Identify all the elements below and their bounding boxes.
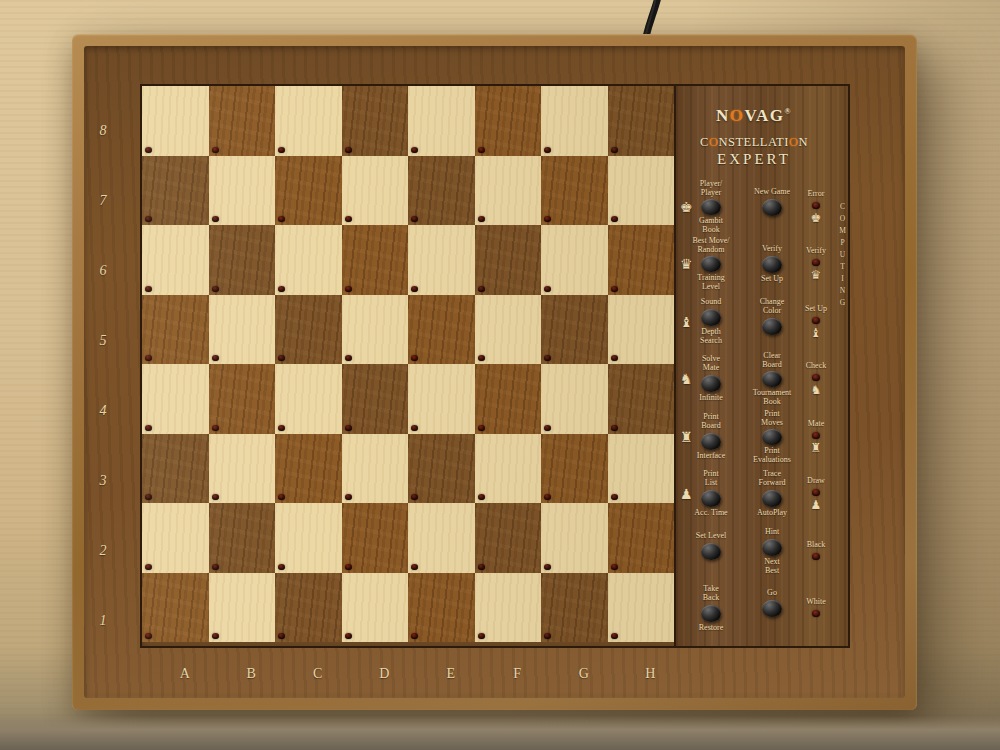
square-led bbox=[478, 286, 485, 292]
square-led bbox=[145, 286, 152, 292]
square-f4[interactable] bbox=[475, 364, 542, 434]
panel-row: ♞Solve MateInfiniteClear BoardTournament… bbox=[678, 352, 844, 406]
square-led bbox=[478, 633, 485, 639]
square-e3[interactable] bbox=[408, 434, 475, 504]
button-label: Change Color bbox=[760, 298, 784, 316]
led-black bbox=[812, 553, 820, 560]
square-led bbox=[611, 425, 618, 431]
file-label-d: D bbox=[352, 662, 419, 686]
square-led bbox=[145, 355, 152, 361]
square-led bbox=[278, 425, 285, 431]
square-c5[interactable] bbox=[275, 295, 342, 365]
square-b8[interactable] bbox=[209, 86, 276, 156]
square-led bbox=[544, 286, 551, 292]
square-led bbox=[278, 355, 285, 361]
panel-cell-left: ♚Player/ PlayerGambit Book bbox=[678, 180, 744, 234]
square-e4[interactable] bbox=[408, 364, 475, 434]
button-label: Acc. Time bbox=[694, 509, 727, 518]
logo-text: NSTELLATI bbox=[718, 135, 788, 149]
square-f3[interactable] bbox=[475, 434, 542, 504]
square-led bbox=[212, 286, 219, 292]
rank-label-4: 4 bbox=[84, 376, 122, 446]
button-set-level[interactable] bbox=[701, 543, 721, 560]
panel-controls: ♚Player/ PlayerGambit BookNew GameError♚… bbox=[678, 180, 844, 636]
rook-icon: ♜ bbox=[680, 429, 693, 445]
button-label: New Game bbox=[754, 188, 790, 197]
panel-row: Set LevelHintNext BestBlack bbox=[678, 525, 844, 579]
panel-cell-left: ♞Solve MateInfinite bbox=[678, 352, 744, 406]
button-label: Print Moves bbox=[761, 410, 783, 427]
square-led bbox=[212, 216, 219, 222]
square-led bbox=[611, 286, 618, 292]
button-label: Training Level bbox=[697, 274, 724, 291]
button-go[interactable] bbox=[762, 600, 782, 617]
rank-label-5: 5 bbox=[84, 306, 122, 376]
panel-cell-mid: Trace ForwardAutoPlay bbox=[744, 467, 800, 521]
button-label: Interface bbox=[697, 452, 725, 461]
panel-cell-left: ♛Best Move/ RandomTraining Level bbox=[678, 237, 744, 291]
square-led bbox=[345, 216, 352, 222]
square-led bbox=[212, 147, 219, 153]
logo-text: N bbox=[716, 106, 730, 125]
file-label-e: E bbox=[418, 662, 485, 686]
square-g4[interactable] bbox=[541, 364, 608, 434]
square-d5[interactable] bbox=[342, 295, 409, 365]
square-led bbox=[145, 564, 152, 570]
file-label-b: B bbox=[219, 662, 286, 686]
square-a8[interactable] bbox=[142, 86, 209, 156]
panel-cell-status: Mate♜ bbox=[800, 410, 844, 464]
button-player-player[interactable] bbox=[701, 199, 721, 215]
panel-cell-mid: Clear BoardTournament Book bbox=[744, 352, 800, 406]
square-led bbox=[278, 564, 285, 570]
square-led bbox=[212, 633, 219, 639]
square-led bbox=[212, 355, 219, 361]
square-led bbox=[411, 633, 418, 639]
file-label-a: A bbox=[152, 662, 219, 686]
button-hint[interactable] bbox=[762, 539, 782, 556]
queen-icon: ♛ bbox=[811, 269, 822, 281]
square-led bbox=[611, 355, 618, 361]
brand-logo: NOVAG® bbox=[676, 106, 832, 126]
rank-label-8: 8 bbox=[84, 96, 122, 166]
table-edge bbox=[0, 716, 1000, 750]
square-led bbox=[411, 564, 418, 570]
logo-text: VAG bbox=[744, 106, 784, 125]
square-d7[interactable] bbox=[342, 156, 409, 226]
button-label: Verify bbox=[762, 245, 782, 254]
square-a3[interactable] bbox=[142, 434, 209, 504]
square-e2[interactable] bbox=[408, 503, 475, 573]
square-b7[interactable] bbox=[209, 156, 276, 226]
button-label: Trace Forward bbox=[758, 470, 785, 488]
square-e5[interactable] bbox=[408, 295, 475, 365]
square-led bbox=[544, 216, 551, 222]
square-led bbox=[611, 564, 618, 570]
square-c1[interactable] bbox=[275, 573, 342, 643]
square-led bbox=[212, 494, 219, 500]
button-label: Depth Search bbox=[700, 328, 722, 346]
rank-label-3: 3 bbox=[84, 446, 122, 516]
square-led bbox=[145, 425, 152, 431]
square-f7[interactable] bbox=[475, 156, 542, 226]
panel-logo: NOVAG® CONSTELLATION EXPERT bbox=[676, 106, 832, 168]
file-labels: ABCDEFGH bbox=[152, 662, 684, 686]
square-led bbox=[478, 494, 485, 500]
button-new-game[interactable] bbox=[762, 199, 782, 216]
desk-surface: 87654321 ABCDEFGH NOVAG® CONSTELLATION E… bbox=[0, 0, 1000, 750]
square-g7[interactable] bbox=[541, 156, 608, 226]
button-label: Clear Board bbox=[762, 352, 782, 369]
bishop-icon: ♝ bbox=[680, 314, 693, 330]
file-label-h: H bbox=[618, 662, 685, 686]
king-icon: ♚ bbox=[680, 199, 693, 215]
square-c4[interactable] bbox=[275, 364, 342, 434]
square-led bbox=[278, 633, 285, 639]
square-led bbox=[278, 494, 285, 500]
button-label: AutoPlay bbox=[757, 509, 787, 518]
status-label-mate: Mate bbox=[808, 420, 824, 429]
led-error bbox=[812, 202, 820, 209]
square-a2[interactable] bbox=[142, 503, 209, 573]
logo-text: C bbox=[700, 135, 709, 149]
square-a4[interactable] bbox=[142, 364, 209, 434]
square-led bbox=[411, 216, 418, 222]
pawn-icon: ♟ bbox=[680, 486, 693, 502]
square-g1[interactable] bbox=[541, 573, 608, 643]
panel-cell-status: Verify♛ bbox=[800, 237, 844, 291]
button-label: Tournament Book bbox=[753, 389, 792, 406]
panel-cell-left: ♜Print BoardInterface bbox=[678, 410, 744, 464]
square-led bbox=[145, 216, 152, 222]
square-led bbox=[345, 147, 352, 153]
panel-row: ♝SoundDepth SearchChange ColorSet Up♝ bbox=[678, 295, 844, 349]
square-h3[interactable] bbox=[608, 434, 675, 504]
registered-mark: ® bbox=[785, 107, 792, 116]
square-led bbox=[345, 425, 352, 431]
square-c7[interactable] bbox=[275, 156, 342, 226]
square-c6[interactable] bbox=[275, 225, 342, 295]
button-label: Best Move/ Random bbox=[692, 237, 729, 254]
led-set-up bbox=[812, 317, 820, 324]
square-led bbox=[411, 286, 418, 292]
square-h8[interactable] bbox=[608, 86, 675, 156]
button-label: Restore bbox=[699, 624, 723, 633]
square-f6[interactable] bbox=[475, 225, 542, 295]
knight-icon: ♞ bbox=[811, 384, 822, 396]
panel-row: ♛Best Move/ RandomTraining LevelVerifySe… bbox=[678, 237, 844, 291]
square-led bbox=[544, 564, 551, 570]
panel-cell-mid: Go bbox=[744, 582, 800, 636]
square-led bbox=[411, 147, 418, 153]
button-label: Solve Mate bbox=[702, 355, 720, 373]
square-f5[interactable] bbox=[475, 295, 542, 365]
button-label: Sound bbox=[701, 298, 721, 307]
square-g6[interactable] bbox=[541, 225, 608, 295]
file-label-f: F bbox=[485, 662, 552, 686]
panel-cell-status: Check♞ bbox=[800, 352, 844, 406]
rank-label-2: 2 bbox=[84, 516, 122, 586]
rank-label-7: 7 bbox=[84, 166, 122, 236]
panel-cell-left: Set Level bbox=[678, 525, 744, 579]
square-b3[interactable] bbox=[209, 434, 276, 504]
button-label: Hint bbox=[765, 528, 779, 537]
panel-row: Take BackRestoreGoWhite bbox=[678, 582, 844, 636]
decorated-o-letter: O bbox=[730, 106, 745, 125]
king-icon: ♚ bbox=[811, 212, 822, 224]
square-c8[interactable] bbox=[275, 86, 342, 156]
button-best-move-random[interactable] bbox=[701, 256, 721, 272]
square-led bbox=[212, 564, 219, 570]
rank-label-6: 6 bbox=[84, 236, 122, 306]
square-e1[interactable] bbox=[408, 573, 475, 643]
panel-cell-left: ♝SoundDepth Search bbox=[678, 295, 744, 349]
square-f8[interactable] bbox=[475, 86, 542, 156]
button-change-color[interactable] bbox=[762, 318, 782, 335]
square-led bbox=[478, 564, 485, 570]
logo-text: N bbox=[798, 135, 808, 149]
square-led bbox=[544, 494, 551, 500]
square-led bbox=[478, 216, 485, 222]
square-led bbox=[544, 147, 551, 153]
panel-cell-left: Take BackRestore bbox=[678, 582, 744, 636]
panel-cell-mid: Print MovesPrint Evaluations bbox=[744, 410, 800, 464]
decorated-o-letter: O bbox=[709, 135, 719, 149]
button-label: Infinite bbox=[699, 394, 723, 403]
button-print-moves[interactable] bbox=[762, 429, 782, 445]
submodel-name: EXPERT bbox=[676, 151, 832, 168]
square-b6[interactable] bbox=[209, 225, 276, 295]
square-h2[interactable] bbox=[608, 503, 675, 573]
square-led bbox=[411, 425, 418, 431]
square-led bbox=[345, 494, 352, 500]
square-h6[interactable] bbox=[608, 225, 675, 295]
square-b2[interactable] bbox=[209, 503, 276, 573]
chess-computer: 87654321 ABCDEFGH NOVAG® CONSTELLATION E… bbox=[72, 34, 917, 710]
file-label-g: G bbox=[551, 662, 618, 686]
square-led bbox=[345, 633, 352, 639]
square-f2[interactable] bbox=[475, 503, 542, 573]
square-d8[interactable] bbox=[342, 86, 409, 156]
panel-row: ♜Print BoardInterfacePrint MovesPrint Ev… bbox=[678, 410, 844, 464]
square-led bbox=[611, 216, 618, 222]
square-led bbox=[478, 147, 485, 153]
square-led bbox=[411, 494, 418, 500]
led-check bbox=[812, 374, 820, 381]
button-label: Gambit Book bbox=[699, 217, 723, 234]
status-label-black: Black bbox=[807, 541, 826, 550]
square-b5[interactable] bbox=[209, 295, 276, 365]
panel-cell-status: Set Up♝ bbox=[800, 295, 844, 349]
bishop-icon: ♝ bbox=[811, 327, 822, 339]
square-c3[interactable] bbox=[275, 434, 342, 504]
led-draw bbox=[812, 489, 820, 496]
square-a5[interactable] bbox=[142, 295, 209, 365]
square-led bbox=[345, 286, 352, 292]
square-g8[interactable] bbox=[541, 86, 608, 156]
square-b1[interactable] bbox=[209, 573, 276, 643]
status-label-set-up: Set Up bbox=[805, 305, 827, 314]
square-e6[interactable] bbox=[408, 225, 475, 295]
button-label: Print Evaluations bbox=[753, 447, 791, 464]
panel-cell-mid: VerifySet Up bbox=[744, 237, 800, 291]
led-verify bbox=[812, 259, 820, 266]
button-label: Next Best bbox=[764, 558, 780, 576]
panel-cell-mid: New Game bbox=[744, 180, 800, 234]
square-led bbox=[345, 564, 352, 570]
button-take-back[interactable] bbox=[701, 605, 721, 622]
square-d4[interactable] bbox=[342, 364, 409, 434]
button-solve-mate[interactable] bbox=[701, 375, 721, 392]
square-led bbox=[411, 355, 418, 361]
led-white bbox=[812, 610, 820, 617]
status-label-check: Check bbox=[806, 362, 826, 371]
pawn-icon: ♟ bbox=[811, 499, 822, 511]
model-name: CONSTELLATION bbox=[676, 135, 832, 150]
square-h1[interactable] bbox=[608, 573, 675, 643]
button-label: Set Level bbox=[696, 532, 726, 541]
square-led bbox=[278, 216, 285, 222]
status-label-verify: Verify bbox=[806, 247, 826, 256]
square-g2[interactable] bbox=[541, 503, 608, 573]
square-d6[interactable] bbox=[342, 225, 409, 295]
square-f1[interactable] bbox=[475, 573, 542, 643]
status-label-draw: Draw bbox=[807, 477, 825, 486]
button-verify[interactable] bbox=[762, 256, 782, 273]
square-e8[interactable] bbox=[408, 86, 475, 156]
button-sound[interactable] bbox=[701, 309, 721, 326]
decorated-o-letter: O bbox=[789, 135, 799, 149]
status-label-white: White bbox=[806, 598, 826, 607]
queen-icon: ♛ bbox=[680, 256, 693, 272]
panel-row: ♟Print ListAcc. TimeTrace ForwardAutoPla… bbox=[678, 467, 844, 521]
square-led bbox=[544, 633, 551, 639]
led-mate bbox=[812, 432, 820, 439]
button-label: Go bbox=[767, 589, 777, 598]
square-led bbox=[611, 633, 618, 639]
square-led bbox=[544, 425, 551, 431]
square-led bbox=[212, 425, 219, 431]
square-led bbox=[145, 633, 152, 639]
square-h4[interactable] bbox=[608, 364, 675, 434]
rook-icon: ♜ bbox=[811, 442, 822, 454]
square-d1[interactable] bbox=[342, 573, 409, 643]
square-a1[interactable] bbox=[142, 573, 209, 643]
square-led bbox=[544, 355, 551, 361]
square-b4[interactable] bbox=[209, 364, 276, 434]
square-a6[interactable] bbox=[142, 225, 209, 295]
rank-labels: 87654321 bbox=[84, 96, 122, 656]
square-led bbox=[145, 494, 152, 500]
control-panel: NOVAG® CONSTELLATION EXPERT COMPUTING ♚P… bbox=[674, 86, 848, 646]
button-print-board[interactable] bbox=[701, 433, 721, 450]
panel-cell-status: Black bbox=[800, 525, 844, 579]
knight-icon: ♞ bbox=[680, 371, 693, 387]
square-e7[interactable] bbox=[408, 156, 475, 226]
square-g3[interactable] bbox=[541, 434, 608, 504]
square-led bbox=[278, 147, 285, 153]
square-led bbox=[478, 355, 485, 361]
button-print-list[interactable] bbox=[701, 490, 721, 507]
square-h7[interactable] bbox=[608, 156, 675, 226]
panel-cell-status: Error♚ bbox=[800, 180, 844, 234]
file-label-c: C bbox=[285, 662, 352, 686]
square-g5[interactable] bbox=[541, 295, 608, 365]
square-led bbox=[611, 147, 618, 153]
square-h5[interactable] bbox=[608, 295, 675, 365]
panel-row: ♚Player/ PlayerGambit BookNew GameError♚ bbox=[678, 180, 844, 234]
square-d2[interactable] bbox=[342, 503, 409, 573]
button-clear-board[interactable] bbox=[762, 371, 782, 387]
square-led bbox=[478, 425, 485, 431]
square-c2[interactable] bbox=[275, 503, 342, 573]
square-d3[interactable] bbox=[342, 434, 409, 504]
button-label: Set Up bbox=[761, 275, 783, 284]
button-label: Player/ Player bbox=[700, 180, 723, 197]
panel-cell-status: Draw♟ bbox=[800, 467, 844, 521]
button-label: Print List bbox=[703, 470, 719, 488]
square-led bbox=[278, 286, 285, 292]
board-inset: NOVAG® CONSTELLATION EXPERT COMPUTING ♚P… bbox=[140, 84, 850, 648]
panel-cell-left: ♟Print ListAcc. Time bbox=[678, 467, 744, 521]
button-label: Print Board bbox=[701, 413, 721, 431]
panel-cell-mid: HintNext Best bbox=[744, 525, 800, 579]
panel-cell-mid: Change Color bbox=[744, 295, 800, 349]
rank-label-1: 1 bbox=[84, 586, 122, 656]
board-grid bbox=[142, 86, 674, 642]
square-led bbox=[611, 494, 618, 500]
square-a7[interactable] bbox=[142, 156, 209, 226]
board-frame: 87654321 ABCDEFGH NOVAG® CONSTELLATION E… bbox=[84, 46, 905, 698]
button-label: Take Back bbox=[703, 585, 719, 603]
status-label-error: Error bbox=[808, 190, 825, 199]
panel-cell-status: White bbox=[800, 582, 844, 636]
square-led bbox=[145, 147, 152, 153]
button-trace-forward[interactable] bbox=[762, 490, 782, 507]
square-led bbox=[345, 355, 352, 361]
